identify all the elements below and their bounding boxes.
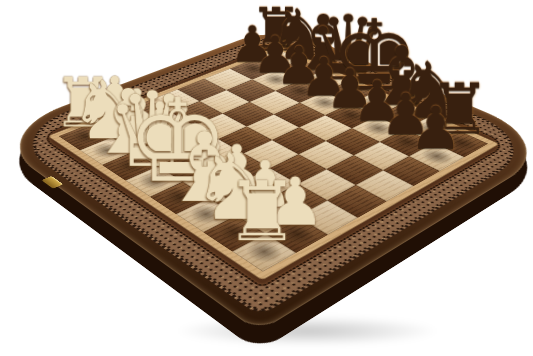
black-pawn-glyph: ♟ xyxy=(358,99,513,158)
board-frame-bevel: ♜♞♝♛♚♝♞♜♟♟♟♟♟♟♟♟♟♟♟♟♟♟♟♟♜♞♝♛♚♝♞♜ xyxy=(0,25,533,332)
chess-board: ♜♞♝♛♚♝♞♜♟♟♟♟♟♟♟♟♟♟♟♟♟♟♟♟♜♞♝♛♚♝♞♜ xyxy=(0,25,533,332)
walnut-trim: ♜♞♝♛♚♝♞♜♟♟♟♟♟♟♟♟♟♟♟♟♟♟♟♟♜♞♝♛♚♝♞♜ xyxy=(38,42,510,288)
white-rook-glyph: ♜ xyxy=(173,171,352,254)
carved-filigree-band: ♜♞♝♛♚♝♞♜♟♟♟♟♟♟♟♟♟♟♟♟♟♟♟♟♜♞♝♛♚♝♞♜ xyxy=(4,31,533,317)
chess-set-scene: ♜♞♝♛♚♝♞♜♟♟♟♟♟♟♟♟♟♟♟♟♟♟♟♟♜♞♝♛♚♝♞♜ xyxy=(68,0,476,344)
